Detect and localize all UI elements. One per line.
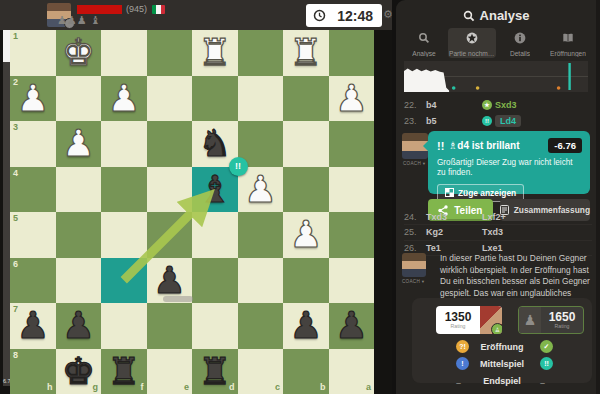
square-a4[interactable] (329, 167, 375, 213)
opponent-rating-card: ♟ 1650 Rating (518, 306, 584, 334)
square-h8[interactable]: 8h (10, 349, 56, 394)
square-h2[interactable]: 2♟ (10, 76, 56, 122)
black-rook-f8[interactable]: ♜ (101, 349, 147, 394)
rank-label: 4 (13, 168, 18, 178)
move-number: 25. (404, 227, 426, 237)
square-g6[interactable] (56, 258, 102, 304)
card-title: ♗d4 ist brillant (448, 140, 544, 151)
player-name-redacted (77, 5, 122, 14)
phase-right-icon: !! (540, 357, 553, 370)
phase-label: Endspiel (412, 376, 592, 386)
move-row-25: 25.Kg2Txd3 (404, 225, 592, 241)
square-f1[interactable] (101, 30, 147, 76)
file-label: h (47, 382, 53, 392)
top-player-bar: (945) ♟♟♟♝ 12:48 ⚙ (0, 0, 392, 30)
magnifier-icon (418, 30, 430, 48)
eval-value: 6.7 (3, 378, 10, 384)
info-icon (514, 30, 526, 48)
square-f5[interactable] (101, 212, 147, 258)
square-a3[interactable] (329, 121, 375, 167)
move-number: 22. (404, 100, 426, 110)
square-c1[interactable] (238, 30, 284, 76)
square-g8[interactable]: g♚ (56, 349, 102, 394)
square-a1[interactable] (329, 30, 375, 76)
player-photo: ♙ (480, 306, 502, 334)
captured-pieces: ♟♟♟♝ (57, 14, 104, 27)
eval-badge: -6.76 (548, 138, 582, 153)
square-h1[interactable]: 1 (10, 30, 56, 76)
move-row-23: 23.b5!!Ld4 (404, 113, 592, 128)
player-rating: (945) (126, 4, 147, 14)
book-icon (562, 30, 574, 48)
white-move[interactable]: Te1 (426, 243, 482, 253)
white-pawn-b5[interactable]: ♟ (283, 212, 329, 258)
coach-label-2: COACH ▾ (402, 279, 424, 284)
captured-piece-group: ♝ (91, 14, 101, 27)
white-pawn-g3[interactable]: ♟ (56, 121, 102, 167)
square-c2[interactable] (238, 76, 284, 122)
rank-label: 6 (13, 259, 18, 269)
square-g2[interactable] (56, 76, 102, 122)
scrollbar[interactable] (596, 0, 600, 394)
white-move[interactable]: Txd3 (426, 212, 482, 222)
square-d2[interactable] (192, 76, 238, 122)
phase-left-icon: ?! (456, 340, 469, 353)
eval-graph[interactable] (404, 61, 588, 92)
square-h3[interactable]: 3 (10, 121, 56, 167)
phase-right-icon: ✓ (540, 340, 553, 353)
black-bishop-d4[interactable]: ♝ (192, 167, 238, 213)
black-move[interactable]: Txd3 (482, 227, 503, 237)
coach-avatar-2[interactable] (402, 253, 426, 277)
square-d1[interactable]: ♜ (192, 30, 238, 76)
player-color-badge: ♙ (491, 323, 502, 334)
square-b1[interactable]: ♜ (283, 30, 329, 76)
square-h5[interactable]: 5 (10, 212, 56, 258)
square-d4[interactable]: ♝ (192, 167, 238, 213)
black-move[interactable]: Lxf2+ (482, 212, 506, 222)
square-g1[interactable]: ♚ (56, 30, 102, 76)
square-f8[interactable]: f♜ (101, 349, 147, 394)
brilliant-comment-card: !! ♗d4 ist brillant -6.76 Großartig! Die… (428, 131, 590, 194)
eval-white-segment (3, 30, 10, 62)
clock-time: 12:48 (326, 8, 382, 24)
white-rook-d1[interactable]: ♜ (192, 30, 238, 76)
black-rook-d8[interactable]: ♜ (192, 349, 238, 394)
captured-piece-group: ♟♟♟ (57, 14, 87, 27)
tab-label: Analyse (412, 50, 435, 57)
black-king-g8[interactable]: ♚ (56, 349, 102, 394)
square-d7[interactable] (192, 303, 238, 349)
square-d6[interactable] (192, 258, 238, 304)
square-g3[interactable]: ♟ (56, 121, 102, 167)
black-pawn-b7[interactable]: ♟ (283, 303, 329, 349)
best-move-icon: ★ (482, 100, 492, 110)
phase-row-mittelspiel: Mittelspiel!!! (412, 355, 592, 372)
square-b4[interactable] (283, 167, 329, 213)
white-pawn-f2[interactable]: ♟ (101, 76, 147, 122)
square-g5[interactable] (56, 212, 102, 258)
square-e2[interactable] (147, 76, 193, 122)
square-c6[interactable] (238, 258, 284, 304)
tab-info[interactable]: Details (496, 28, 544, 58)
sidebar-header: Analyse (396, 8, 596, 23)
black-pawn-g7[interactable]: ♟ (56, 303, 102, 349)
evaluation-bar: 6.7 (3, 30, 10, 386)
square-d8[interactable]: d♜ (192, 349, 238, 394)
tab-book[interactable]: Eröffnungen (544, 28, 592, 58)
square-h7[interactable]: 7♟ (10, 303, 56, 349)
white-move[interactable]: Kg2 (426, 227, 482, 237)
clock-icon (313, 9, 326, 22)
square-e1[interactable] (147, 30, 193, 76)
move-number: 26. (404, 243, 426, 253)
move-number: 24. (404, 212, 426, 222)
tab-label: Partie nochmal anse... (449, 50, 495, 57)
star-circle-icon (466, 30, 478, 48)
italy-flag-icon (152, 5, 165, 14)
game-summary-panel: 1350 Rating ♙ ♟ 1650 Rating (412, 298, 592, 383)
coach-label: COACH ▾ (403, 161, 425, 166)
eval-graph-svg (404, 61, 588, 92)
black-move[interactable]: Lxe1 (482, 243, 503, 253)
card-header: !! ♗d4 ist brillant -6.76 (437, 138, 582, 153)
player-summary-rating: 1350 (445, 311, 472, 323)
square-b3[interactable] (283, 121, 329, 167)
square-b6[interactable] (283, 258, 329, 304)
black-move[interactable]: Ld4 (495, 115, 521, 127)
analysis-sidebar: Analyse AnalysePartie nochmal anse...Det… (392, 0, 600, 394)
square-b7[interactable]: ♟ (283, 303, 329, 349)
square-f3[interactable] (101, 121, 147, 167)
phase-row-endspiel: Endspiel–– (412, 372, 592, 389)
card-body-text: Großartig! Dieser Zug war nicht leicht z… (437, 158, 582, 179)
file-label: c (275, 382, 280, 392)
move-row-22: 22.b4★Sxd3 (404, 97, 592, 112)
move-row-24: 24.Txd3Lxf2+ (404, 209, 592, 225)
square-a8[interactable]: a (329, 349, 375, 394)
square-f2[interactable]: ♟ (101, 76, 147, 122)
tab-star-circle[interactable]: Partie nochmal anse... (448, 28, 496, 58)
square-b2[interactable] (283, 76, 329, 122)
magnifier-icon (463, 10, 475, 22)
brilliant-icon: !! (482, 116, 492, 126)
square-b5[interactable]: ♟ (283, 212, 329, 258)
tab-magnifier[interactable]: Analyse (400, 28, 448, 58)
square-f6[interactable] (101, 258, 147, 304)
player-rating-card: 1350 Rating ♙ (436, 306, 502, 334)
square-e4[interactable] (147, 167, 193, 213)
phase-label: Eröffnung (412, 342, 592, 352)
phase-left-icon: – (456, 378, 461, 388)
phase-label: Mittelspiel (412, 359, 592, 369)
rank-label: 3 (13, 122, 18, 132)
pawn-icon: ♟ (519, 307, 541, 333)
brilliant-move-badge: !! (229, 157, 248, 176)
rating-cards: 1350 Rating ♙ ♟ 1650 Rating (436, 306, 584, 334)
white-move[interactable]: b4 (426, 100, 482, 110)
brilliant-bang-icon: !! (437, 140, 444, 152)
square-a6[interactable] (329, 258, 375, 304)
phase-left-icon: ! (456, 357, 469, 370)
black-move[interactable]: Sxd3 (495, 100, 517, 110)
square-h6[interactable]: 6 (10, 258, 56, 304)
square-c7[interactable] (238, 303, 284, 349)
square-g7[interactable]: ♟ (56, 303, 102, 349)
file-label: e (184, 382, 189, 392)
phase-right-icon: – (540, 378, 545, 388)
square-c8[interactable]: c (238, 349, 284, 394)
square-d5[interactable] (192, 212, 238, 258)
square-f7[interactable] (101, 303, 147, 349)
rank-label: 5 (13, 213, 18, 223)
square-h4[interactable]: 4 (10, 167, 56, 213)
rank-label: 8 (13, 350, 18, 360)
analysis-panel: Analyse AnalysePartie nochmal anse...Det… (396, 0, 596, 394)
black-pawn-h7[interactable]: ♟ (10, 303, 56, 349)
opponent-summary-rating: 1650 (549, 311, 576, 323)
square-a5[interactable] (329, 212, 375, 258)
square-a2[interactable]: ♟ (329, 76, 375, 122)
sidebar-title: Analyse (480, 8, 530, 23)
tab-label: Eröffnungen (550, 50, 586, 57)
file-label: b (320, 382, 326, 392)
square-b8[interactable]: b (283, 349, 329, 394)
move-number: 23. (404, 116, 426, 126)
rank-label: 1 (13, 31, 18, 41)
square-f4[interactable] (101, 167, 147, 213)
file-label: a (366, 382, 371, 392)
black-pawn-a7[interactable]: ♟ (329, 303, 375, 349)
square-e8[interactable]: e (147, 349, 193, 394)
show-moves-icon (445, 188, 454, 197)
square-e5[interactable] (147, 212, 193, 258)
square-c5[interactable] (238, 212, 284, 258)
chess-board[interactable]: 1♚♜♜2♟♟♟3♟♞4♝♟5♟6♟7♟♟♟♟8hg♚f♜ed♜cba (10, 30, 374, 394)
white-move[interactable]: b5 (426, 116, 482, 126)
sidebar-tabs: AnalysePartie nochmal anse...DetailsEröf… (400, 28, 592, 58)
white-pawn-h2[interactable]: ♟ (10, 76, 56, 122)
white-rook-b1[interactable]: ♜ (283, 30, 329, 76)
bishop-glyph: ♗ (448, 140, 457, 151)
tab-label: Details (510, 50, 530, 57)
white-pawn-a2[interactable]: ♟ (329, 76, 375, 122)
phase-row-eröffnung: Eröffnung?!✓ (412, 338, 592, 355)
square-e7[interactable] (147, 303, 193, 349)
square-g4[interactable] (56, 167, 102, 213)
drag-ghost-bar (163, 296, 193, 302)
player-clock: 12:48 (306, 4, 382, 27)
square-a7[interactable]: ♟ (329, 303, 375, 349)
chess-analysis-app: (945) ♟♟♟♝ 12:48 ⚙ 6.7 1♚♜♜2♟♟♟3♟♞4♝♟5♟6… (0, 0, 600, 394)
white-king-g1[interactable]: ♚ (56, 30, 102, 76)
square-e3[interactable] (147, 121, 193, 167)
